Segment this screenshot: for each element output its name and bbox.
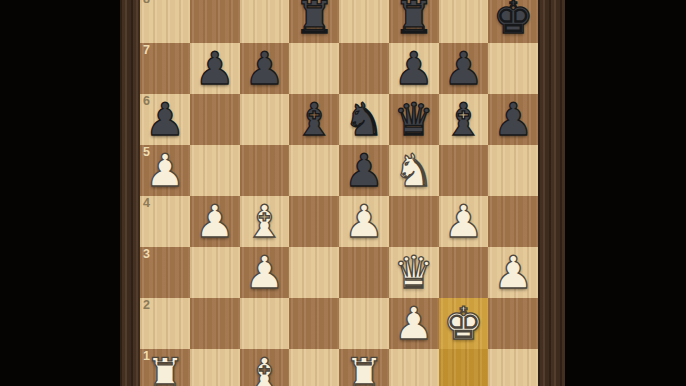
square-a5[interactable]: 5♟ [140, 145, 190, 196]
square-a4[interactable]: 4 [140, 196, 190, 247]
square-a2[interactable]: 2 [140, 298, 190, 349]
black-rook-d8[interactable]: ♜ [289, 0, 339, 43]
square-d5[interactable] [289, 145, 339, 196]
square-h1[interactable] [488, 349, 538, 386]
square-e5[interactable]: ♟ [339, 145, 389, 196]
square-f5[interactable]: ♞ [389, 145, 439, 196]
black-bishop-g6[interactable]: ♝ [439, 94, 489, 145]
square-e6[interactable]: ♞ [339, 94, 389, 145]
rank-label-3: 3 [143, 248, 150, 261]
square-c6[interactable] [240, 94, 290, 145]
square-d3[interactable] [289, 247, 339, 298]
square-h2[interactable] [488, 298, 538, 349]
black-pawn-g7[interactable]: ♟ [439, 43, 489, 94]
square-f3[interactable]: ♛ [389, 247, 439, 298]
square-h4[interactable] [488, 196, 538, 247]
square-h3[interactable]: ♟ [488, 247, 538, 298]
square-g5[interactable] [439, 145, 489, 196]
square-d7[interactable] [289, 43, 339, 94]
white-rook-a1[interactable]: ♜ [140, 349, 190, 386]
rank-label-8: 8 [143, 0, 150, 6]
white-pawn-b4[interactable]: ♟ [190, 196, 240, 247]
white-pawn-c3[interactable]: ♟ [240, 247, 290, 298]
square-c8[interactable] [240, 0, 290, 43]
white-pawn-g4[interactable]: ♟ [439, 196, 489, 247]
square-f1[interactable] [389, 349, 439, 386]
square-h7[interactable] [488, 43, 538, 94]
square-h6[interactable]: ♟ [488, 94, 538, 145]
square-c3[interactable]: ♟ [240, 247, 290, 298]
square-h5[interactable] [488, 145, 538, 196]
white-bishop-c1[interactable]: ♝ [240, 349, 290, 386]
square-b8[interactable] [190, 0, 240, 43]
white-rook-e1[interactable]: ♜ [339, 349, 389, 386]
square-a8[interactable]: 8 [140, 0, 190, 43]
square-d4[interactable] [289, 196, 339, 247]
square-f8[interactable]: ♜ [389, 0, 439, 43]
square-a3[interactable]: 3 [140, 247, 190, 298]
square-e4[interactable]: ♟ [339, 196, 389, 247]
black-pawn-c7[interactable]: ♟ [240, 43, 290, 94]
square-d6[interactable]: ♝ [289, 94, 339, 145]
black-pawn-e5[interactable]: ♟ [339, 145, 389, 196]
rank-label-2: 2 [143, 299, 150, 312]
black-pawn-f7[interactable]: ♟ [389, 43, 439, 94]
black-bishop-d6[interactable]: ♝ [289, 94, 339, 145]
square-h8[interactable]: ♚ [488, 0, 538, 43]
square-c7[interactable]: ♟ [240, 43, 290, 94]
black-queen-f6[interactable]: ♛ [389, 94, 439, 145]
square-c5[interactable] [240, 145, 290, 196]
square-e2[interactable] [339, 298, 389, 349]
square-d2[interactable] [289, 298, 339, 349]
square-g2[interactable]: ♚ [439, 298, 489, 349]
square-d1[interactable] [289, 349, 339, 386]
black-pawn-h6[interactable]: ♟ [488, 94, 538, 145]
square-f4[interactable] [389, 196, 439, 247]
black-king-h8[interactable]: ♚ [488, 0, 538, 43]
square-b5[interactable] [190, 145, 240, 196]
square-b1[interactable] [190, 349, 240, 386]
white-pawn-f2[interactable]: ♟ [389, 298, 439, 349]
square-b2[interactable] [190, 298, 240, 349]
chess-board: 8♜♜♚7♟♟♟♟6♟♝♞♛♝♟5♟♟♞4♟♝♟♟3♟♛♟2♟♚1♜♝♜ [140, 0, 538, 386]
black-rook-f8[interactable]: ♜ [389, 0, 439, 43]
square-c1[interactable]: ♝ [240, 349, 290, 386]
black-pawn-a6[interactable]: ♟ [140, 94, 190, 145]
square-e1[interactable]: ♜ [339, 349, 389, 386]
square-e8[interactable] [339, 0, 389, 43]
square-e3[interactable] [339, 247, 389, 298]
square-b6[interactable] [190, 94, 240, 145]
rank-label-7: 7 [143, 44, 150, 57]
black-knight-e6[interactable]: ♞ [339, 94, 389, 145]
square-g4[interactable]: ♟ [439, 196, 489, 247]
square-f2[interactable]: ♟ [389, 298, 439, 349]
square-a7[interactable]: 7 [140, 43, 190, 94]
white-queen-f3[interactable]: ♛ [389, 247, 439, 298]
square-e7[interactable] [339, 43, 389, 94]
board-frame-left [120, 0, 140, 386]
rank-label-4: 4 [143, 197, 150, 210]
square-a1[interactable]: 1♜ [140, 349, 190, 386]
video-frame: 8♜♜♚7♟♟♟♟6♟♝♞♛♝♟5♟♟♞4♟♝♟♟3♟♛♟2♟♚1♜♝♜ [0, 0, 686, 386]
square-b4[interactable]: ♟ [190, 196, 240, 247]
square-g7[interactable]: ♟ [439, 43, 489, 94]
square-d8[interactable]: ♜ [289, 0, 339, 43]
black-pawn-b7[interactable]: ♟ [190, 43, 240, 94]
white-bishop-c4[interactable]: ♝ [240, 196, 290, 247]
square-f6[interactable]: ♛ [389, 94, 439, 145]
square-c4[interactable]: ♝ [240, 196, 290, 247]
square-g8[interactable] [439, 0, 489, 43]
square-f7[interactable]: ♟ [389, 43, 439, 94]
square-b7[interactable]: ♟ [190, 43, 240, 94]
square-c2[interactable] [240, 298, 290, 349]
white-pawn-h3[interactable]: ♟ [488, 247, 538, 298]
white-pawn-e4[interactable]: ♟ [339, 196, 389, 247]
square-b3[interactable] [190, 247, 240, 298]
white-pawn-a5[interactable]: ♟ [140, 145, 190, 196]
square-g6[interactable]: ♝ [439, 94, 489, 145]
square-a6[interactable]: 6♟ [140, 94, 190, 145]
board-frame-right [538, 0, 565, 386]
square-g1[interactable] [439, 349, 489, 386]
square-g3[interactable] [439, 247, 489, 298]
white-knight-f5[interactable]: ♞ [389, 145, 439, 196]
white-king-g2[interactable]: ♚ [439, 298, 489, 349]
